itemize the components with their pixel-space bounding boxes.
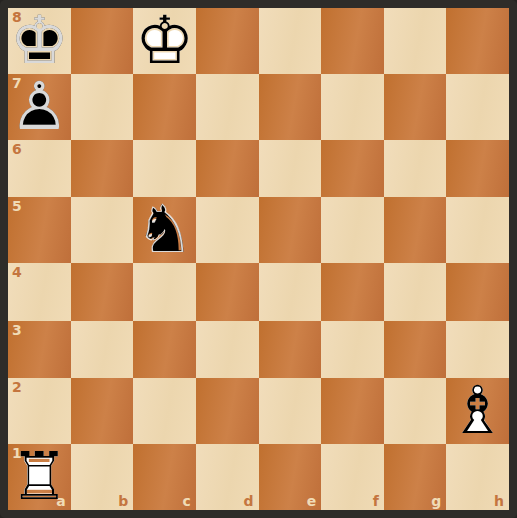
square-h3[interactable] [446, 321, 509, 378]
square-d7[interactable] [196, 74, 259, 140]
square-h6[interactable] [446, 140, 509, 197]
square-c8[interactable]: ♚♔ [133, 8, 196, 74]
square-f3[interactable] [321, 321, 384, 378]
file-label-g: g [431, 494, 441, 508]
square-a3[interactable]: 3 [8, 321, 71, 378]
square-b8[interactable] [71, 8, 134, 74]
square-d3[interactable] [196, 321, 259, 378]
square-b5[interactable] [71, 197, 134, 263]
square-g6[interactable] [384, 140, 447, 197]
chess-board: 8♚♔♚♔7♟♙65♞♘432♝♗1a♜♖bcdefgh [8, 8, 509, 510]
square-c4[interactable] [133, 263, 196, 320]
square-h7[interactable] [446, 74, 509, 140]
rank-label-4: 4 [12, 265, 22, 279]
square-d5[interactable] [196, 197, 259, 263]
file-label-d: d [243, 494, 253, 508]
square-e7[interactable] [259, 74, 322, 140]
square-b1[interactable]: b [71, 444, 134, 510]
chess-board-frame: 8♚♔♚♔7♟♙65♞♘432♝♗1a♜♖bcdefgh [0, 0, 517, 518]
square-c6[interactable] [133, 140, 196, 197]
square-h4[interactable] [446, 263, 509, 320]
square-e8[interactable] [259, 8, 322, 74]
square-c5[interactable]: ♞♘ [133, 197, 196, 263]
file-label-h: h [494, 494, 504, 508]
square-f1[interactable]: f [321, 444, 384, 510]
square-h8[interactable] [446, 8, 509, 74]
square-d6[interactable] [196, 140, 259, 197]
square-g7[interactable] [384, 74, 447, 140]
square-g5[interactable] [384, 197, 447, 263]
white-rook-glyph-outline: ♖ [10, 444, 69, 510]
square-g3[interactable] [384, 321, 447, 378]
square-e5[interactable] [259, 197, 322, 263]
file-label-f: f [373, 494, 379, 508]
file-label-b: b [118, 494, 128, 508]
square-g4[interactable] [384, 263, 447, 320]
square-a7[interactable]: 7♟♙ [8, 74, 71, 140]
square-b4[interactable] [71, 263, 134, 320]
square-c3[interactable] [133, 321, 196, 378]
square-d1[interactable]: d [196, 444, 259, 510]
square-f7[interactable] [321, 74, 384, 140]
square-c2[interactable] [133, 378, 196, 444]
rank-label-2: 2 [12, 380, 22, 394]
black-pawn-glyph-outline: ♙ [10, 74, 69, 140]
piece-white-bishop-icon[interactable]: ♝♗ [448, 378, 507, 444]
square-f5[interactable] [321, 197, 384, 263]
square-h2[interactable]: ♝♗ [446, 378, 509, 444]
square-g2[interactable] [384, 378, 447, 444]
square-e6[interactable] [259, 140, 322, 197]
square-d2[interactable] [196, 378, 259, 444]
rank-label-6: 6 [12, 142, 22, 156]
square-g1[interactable]: g [384, 444, 447, 510]
square-h1[interactable]: h [446, 444, 509, 510]
piece-black-king-icon[interactable]: ♚♔ [10, 8, 69, 74]
piece-white-rook-icon[interactable]: ♜♖ [10, 444, 69, 510]
square-e4[interactable] [259, 263, 322, 320]
square-e1[interactable]: e [259, 444, 322, 510]
white-king-glyph-outline: ♔ [135, 8, 194, 74]
square-b7[interactable] [71, 74, 134, 140]
square-a1[interactable]: 1a♜♖ [8, 444, 71, 510]
square-h5[interactable] [446, 197, 509, 263]
square-f6[interactable] [321, 140, 384, 197]
file-label-c: c [183, 494, 191, 508]
square-b2[interactable] [71, 378, 134, 444]
square-d8[interactable] [196, 8, 259, 74]
square-a6[interactable]: 6 [8, 140, 71, 197]
square-g8[interactable] [384, 8, 447, 74]
square-a2[interactable]: 2 [8, 378, 71, 444]
square-a8[interactable]: 8♚♔ [8, 8, 71, 74]
rank-label-5: 5 [12, 199, 22, 213]
square-d4[interactable] [196, 263, 259, 320]
piece-black-pawn-icon[interactable]: ♟♙ [10, 74, 69, 140]
white-bishop-glyph-outline: ♗ [448, 378, 507, 444]
square-f8[interactable] [321, 8, 384, 74]
square-e2[interactable] [259, 378, 322, 444]
square-e3[interactable] [259, 321, 322, 378]
piece-white-king-icon[interactable]: ♚♔ [135, 8, 194, 74]
square-f2[interactable] [321, 378, 384, 444]
square-b6[interactable] [71, 140, 134, 197]
file-label-e: e [307, 494, 317, 508]
square-a4[interactable]: 4 [8, 263, 71, 320]
square-f4[interactable] [321, 263, 384, 320]
square-c1[interactable]: c [133, 444, 196, 510]
square-c7[interactable] [133, 74, 196, 140]
piece-black-knight-icon[interactable]: ♞♘ [135, 197, 194, 263]
square-a5[interactable]: 5 [8, 197, 71, 263]
black-king-glyph-outline: ♔ [10, 8, 69, 74]
rank-label-3: 3 [12, 323, 22, 337]
square-b3[interactable] [71, 321, 134, 378]
black-knight-glyph-outline: ♘ [135, 197, 194, 263]
